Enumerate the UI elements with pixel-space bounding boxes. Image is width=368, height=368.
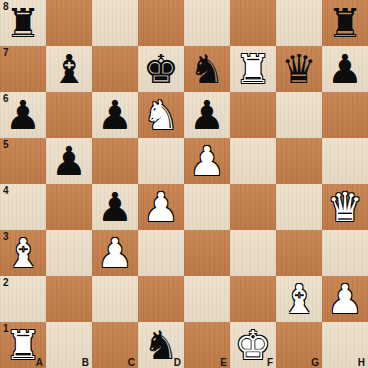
square-b1[interactable]: B <box>46 322 92 368</box>
white-king[interactable]: ♚ <box>235 322 271 368</box>
square-b7[interactable]: ♝ <box>46 46 92 92</box>
square-g1[interactable]: G <box>276 322 322 368</box>
square-h3[interactable] <box>322 230 368 276</box>
square-h5[interactable] <box>322 138 368 184</box>
square-c8[interactable] <box>92 0 138 46</box>
square-d8[interactable] <box>138 0 184 46</box>
square-g5[interactable] <box>276 138 322 184</box>
black-queen[interactable]: ♛ <box>281 46 317 92</box>
square-b3[interactable] <box>46 230 92 276</box>
black-pawn[interactable]: ♟ <box>97 92 133 138</box>
white-queen[interactable]: ♛ <box>327 184 363 230</box>
file-label-G: G <box>311 357 319 368</box>
black-pawn[interactable]: ♟ <box>51 138 87 184</box>
square-b5[interactable]: ♟ <box>46 138 92 184</box>
file-label-E: E <box>220 357 227 368</box>
square-b4[interactable] <box>46 184 92 230</box>
square-a1[interactable]: 1A♜ <box>0 322 46 368</box>
square-h8[interactable]: ♜ <box>322 0 368 46</box>
square-f3[interactable] <box>230 230 276 276</box>
white-knight[interactable]: ♞ <box>143 92 179 138</box>
black-pawn[interactable]: ♟ <box>189 92 225 138</box>
black-bishop[interactable]: ♝ <box>51 46 87 92</box>
square-d1[interactable]: D♞ <box>138 322 184 368</box>
square-e4[interactable] <box>184 184 230 230</box>
white-pawn[interactable]: ♟ <box>143 184 179 230</box>
black-knight[interactable]: ♞ <box>189 46 225 92</box>
black-pawn[interactable]: ♟ <box>5 92 41 138</box>
square-g6[interactable] <box>276 92 322 138</box>
square-f1[interactable]: F♚ <box>230 322 276 368</box>
file-label-C: C <box>128 357 135 368</box>
rank-label-4: 4 <box>3 185 9 196</box>
rank-label-7: 7 <box>3 47 9 58</box>
square-e7[interactable]: ♞ <box>184 46 230 92</box>
square-c3[interactable]: ♟ <box>92 230 138 276</box>
rank-label-5: 5 <box>3 139 9 150</box>
square-h2[interactable]: ♟ <box>322 276 368 322</box>
black-rook[interactable]: ♜ <box>5 0 41 46</box>
square-b6[interactable] <box>46 92 92 138</box>
square-h6[interactable] <box>322 92 368 138</box>
black-rook[interactable]: ♜ <box>327 0 363 46</box>
square-g4[interactable] <box>276 184 322 230</box>
rank-label-2: 2 <box>3 277 9 288</box>
file-label-H: H <box>358 357 365 368</box>
white-rook[interactable]: ♜ <box>235 46 271 92</box>
square-g7[interactable]: ♛ <box>276 46 322 92</box>
square-d4[interactable]: ♟ <box>138 184 184 230</box>
square-e2[interactable] <box>184 276 230 322</box>
square-f8[interactable] <box>230 0 276 46</box>
black-king[interactable]: ♚ <box>143 46 179 92</box>
square-b2[interactable] <box>46 276 92 322</box>
square-a7[interactable]: 7 <box>0 46 46 92</box>
white-pawn[interactable]: ♟ <box>189 138 225 184</box>
black-pawn[interactable]: ♟ <box>327 46 363 92</box>
square-f6[interactable] <box>230 92 276 138</box>
square-d3[interactable] <box>138 230 184 276</box>
square-d7[interactable]: ♚ <box>138 46 184 92</box>
square-h7[interactable]: ♟ <box>322 46 368 92</box>
square-h1[interactable]: H <box>322 322 368 368</box>
square-a4[interactable]: 4 <box>0 184 46 230</box>
square-a3[interactable]: 3♝ <box>0 230 46 276</box>
square-f2[interactable] <box>230 276 276 322</box>
square-h4[interactable]: ♛ <box>322 184 368 230</box>
square-e6[interactable]: ♟ <box>184 92 230 138</box>
square-g8[interactable] <box>276 0 322 46</box>
square-c7[interactable] <box>92 46 138 92</box>
square-e8[interactable] <box>184 0 230 46</box>
square-c5[interactable] <box>92 138 138 184</box>
square-c2[interactable] <box>92 276 138 322</box>
square-a6[interactable]: 6♟ <box>0 92 46 138</box>
square-e3[interactable] <box>184 230 230 276</box>
square-f5[interactable] <box>230 138 276 184</box>
square-a5[interactable]: 5 <box>0 138 46 184</box>
square-b8[interactable] <box>46 0 92 46</box>
file-label-B: B <box>82 357 89 368</box>
square-d5[interactable] <box>138 138 184 184</box>
square-d6[interactable]: ♞ <box>138 92 184 138</box>
square-a8[interactable]: 8♜ <box>0 0 46 46</box>
square-f4[interactable] <box>230 184 276 230</box>
square-c4[interactable]: ♟ <box>92 184 138 230</box>
white-bishop[interactable]: ♝ <box>281 276 317 322</box>
black-pawn[interactable]: ♟ <box>97 184 133 230</box>
black-knight[interactable]: ♞ <box>143 322 179 368</box>
white-rook[interactable]: ♜ <box>5 322 41 368</box>
square-g2[interactable]: ♝ <box>276 276 322 322</box>
square-d2[interactable] <box>138 276 184 322</box>
square-g3[interactable] <box>276 230 322 276</box>
square-e1[interactable]: E <box>184 322 230 368</box>
square-a2[interactable]: 2 <box>0 276 46 322</box>
chess-board: 8♜♜7♝♚♞♜♛♟6♟♟♞♟5♟♟4♟♟♛3♝♟2♝♟1A♜BCD♞EF♚GH <box>0 0 368 368</box>
white-pawn[interactable]: ♟ <box>97 230 133 276</box>
square-c1[interactable]: C <box>92 322 138 368</box>
square-c6[interactable]: ♟ <box>92 92 138 138</box>
white-bishop[interactable]: ♝ <box>5 230 41 276</box>
square-e5[interactable]: ♟ <box>184 138 230 184</box>
white-pawn[interactable]: ♟ <box>327 276 363 322</box>
square-f7[interactable]: ♜ <box>230 46 276 92</box>
